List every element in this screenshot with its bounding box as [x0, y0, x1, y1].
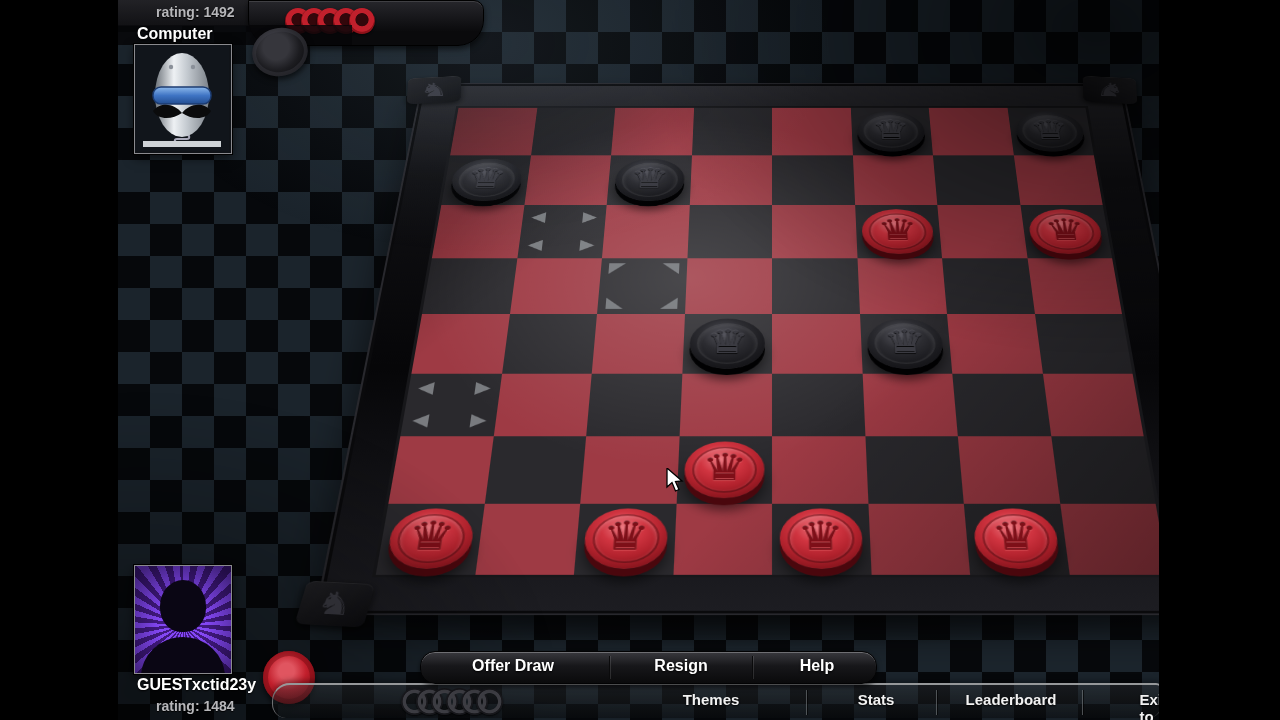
square-r3c3[interactable] — [602, 205, 689, 258]
player-avatar — [134, 565, 232, 674]
square-r1c6[interactable]: ♛ — [850, 108, 933, 155]
square-r8c1[interactable]: ♛ — [376, 503, 485, 574]
square-r6c6[interactable] — [862, 373, 958, 436]
square-r1c3[interactable] — [611, 108, 694, 155]
square-r8c5[interactable]: ♛ — [772, 503, 871, 574]
help-button[interactable]: Help — [800, 657, 835, 675]
black-king-piece[interactable]: ♛ — [866, 318, 944, 368]
crown-icon: ♛ — [1028, 117, 1071, 143]
menu-divider — [1082, 690, 1083, 715]
square-r1c8[interactable]: ♛ — [1007, 108, 1094, 155]
mouse-cursor — [666, 468, 688, 498]
red-king-piece[interactable]: ♛ — [1027, 209, 1105, 254]
player-rating: rating: 1484 — [156, 698, 235, 714]
square-r6c1[interactable] — [400, 373, 501, 436]
square-r3c8[interactable]: ♛ — [1020, 205, 1112, 258]
square-r6c3[interactable] — [586, 373, 682, 436]
menu-divider — [936, 690, 937, 715]
square-r8c7[interactable]: ♛ — [964, 503, 1069, 574]
square-r7c8[interactable] — [1051, 436, 1156, 503]
board-grid: ♛♛♛♛♛♛♛♛♛♛♛♛♛ — [376, 108, 1159, 575]
captured-red-disc — [349, 8, 375, 34]
square-r3c1[interactable] — [432, 205, 524, 258]
game-window: ♞ ♞ ♞ ♞ ♛♛♛♛♛♛♛♛♛♛♛♛♛ rating: 1492 Compu… — [0, 0, 1280, 720]
square-r5c5[interactable] — [772, 314, 862, 373]
square-r7c2[interactable] — [484, 436, 586, 503]
square-r7c3[interactable] — [580, 436, 679, 503]
frame-ornament-knight-icon: ♞ — [407, 76, 462, 104]
frame-ornament-knight-icon: ♞ — [295, 581, 375, 628]
computer-name: Computer — [137, 25, 213, 43]
computer-rating: rating: 1492 — [156, 4, 235, 20]
black-king-piece[interactable]: ♛ — [689, 318, 765, 368]
square-r2c5[interactable] — [772, 155, 855, 205]
frame-ornament-knight-icon: ♞ — [1083, 76, 1138, 104]
square-r7c4[interactable]: ♛ — [676, 436, 772, 503]
crown-icon: ♛ — [1043, 216, 1089, 245]
square-r3c2[interactable] — [517, 205, 607, 258]
square-r1c4[interactable] — [692, 108, 772, 155]
red-king-piece[interactable]: ♛ — [861, 209, 935, 254]
square-r2c3[interactable]: ♛ — [607, 155, 692, 205]
crown-icon: ♛ — [797, 517, 846, 556]
square-r1c5[interactable] — [772, 108, 852, 155]
square-r2c2[interactable] — [524, 155, 611, 205]
square-r5c3[interactable] — [592, 314, 685, 373]
square-r6c8[interactable] — [1042, 373, 1143, 436]
square-r5c6[interactable]: ♛ — [860, 314, 953, 373]
square-r7c7[interactable] — [958, 436, 1060, 503]
game-viewport: ♞ ♞ ♞ ♞ ♛♛♛♛♛♛♛♛♛♛♛♛♛ rating: 1492 Compu… — [118, 0, 1159, 720]
square-r1c2[interactable] — [531, 108, 616, 155]
square-r4c1[interactable] — [422, 258, 517, 314]
crown-icon: ♛ — [701, 450, 748, 487]
square-r5c1[interactable] — [411, 314, 509, 373]
square-r8c8[interactable] — [1060, 503, 1159, 574]
black-king-piece[interactable]: ♛ — [448, 159, 524, 201]
bottom-menu-bar: Themes Stats Leaderboard Exit to Lobby — [272, 683, 1159, 718]
square-r8c2[interactable] — [475, 503, 580, 574]
square-r5c2[interactable] — [502, 314, 597, 373]
square-r6c5[interactable] — [772, 373, 865, 436]
red-king-piece[interactable]: ♛ — [779, 509, 863, 569]
red-king-piece[interactable]: ♛ — [582, 509, 668, 569]
crown-icon: ♛ — [404, 517, 458, 556]
black-king-piece[interactable]: ♛ — [613, 159, 685, 201]
button-divider — [752, 656, 753, 679]
square-r4c5[interactable] — [772, 258, 860, 314]
button-divider — [609, 656, 610, 679]
captured-black-disc — [476, 688, 503, 715]
square-r2c6[interactable] — [852, 155, 937, 205]
red-king-piece[interactable]: ♛ — [972, 509, 1061, 569]
silhouette-head — [160, 580, 206, 632]
menu-divider — [806, 690, 807, 715]
offer-draw-button[interactable]: Offer Draw — [472, 657, 554, 675]
computer-avatar — [134, 44, 232, 154]
menu-item-themes[interactable]: Themes — [683, 691, 740, 708]
crown-icon: ♛ — [600, 517, 650, 556]
black-king-piece[interactable]: ♛ — [857, 111, 927, 151]
square-r3c7[interactable] — [937, 205, 1027, 258]
move-marker-arrows — [525, 210, 598, 253]
square-r4c8[interactable] — [1027, 258, 1122, 314]
square-r2c4[interactable] — [689, 155, 772, 205]
game-buttons-bar: Offer Draw Resign Help — [420, 651, 877, 684]
menu-item-exit-to-lobby[interactable]: Exit to Lobby — [1140, 691, 1159, 720]
square-r3c5[interactable] — [772, 205, 857, 258]
menu-item-stats[interactable]: Stats — [858, 691, 895, 708]
square-r8c3[interactable]: ♛ — [574, 503, 676, 574]
red-king-piece[interactable]: ♛ — [684, 441, 765, 498]
square-r1c1[interactable] — [450, 108, 537, 155]
square-r8c4[interactable] — [673, 503, 772, 574]
square-r4c2[interactable] — [510, 258, 602, 314]
crown-icon: ♛ — [876, 216, 919, 245]
black-king-piece[interactable]: ♛ — [1014, 111, 1087, 151]
player-name: GUESTxctid23y — [137, 676, 256, 694]
square-r7c5[interactable] — [772, 436, 868, 503]
square-r6c7[interactable] — [952, 373, 1051, 436]
square-r1c7[interactable] — [929, 108, 1014, 155]
square-r5c8[interactable] — [1035, 314, 1133, 373]
crown-icon: ♛ — [464, 165, 508, 192]
square-r4c6[interactable] — [857, 258, 947, 314]
captured-black-pieces — [401, 688, 491, 715]
square-r2c1[interactable]: ♛ — [441, 155, 530, 205]
crown-icon: ♛ — [871, 117, 912, 143]
robot-avatar-image — [135, 45, 229, 151]
crown-icon: ♛ — [882, 326, 928, 358]
square-r2c7[interactable] — [933, 155, 1020, 205]
square-r8c6[interactable] — [868, 503, 970, 574]
square-r6c2[interactable] — [493, 373, 592, 436]
square-r3c4[interactable] — [687, 205, 772, 258]
square-r5c4[interactable]: ♛ — [682, 314, 772, 373]
move-marker-corners — [605, 263, 679, 309]
square-r4c3[interactable] — [597, 258, 687, 314]
computer-name-strip: Computer — [118, 25, 352, 45]
square-r4c7[interactable] — [942, 258, 1034, 314]
crown-icon: ♛ — [705, 326, 749, 358]
crown-icon: ♛ — [629, 165, 671, 192]
board-frame: ♞ ♞ ♞ ♞ ♛♛♛♛♛♛♛♛♛♛♛♛♛ — [314, 83, 1159, 615]
move-marker-arrows — [410, 379, 493, 430]
square-r2c8[interactable] — [1013, 155, 1102, 205]
square-r6c4[interactable] — [679, 373, 772, 436]
square-r7c6[interactable] — [865, 436, 964, 503]
square-r3c6[interactable]: ♛ — [855, 205, 942, 258]
crown-icon: ♛ — [990, 517, 1042, 556]
square-r4c4[interactable] — [685, 258, 773, 314]
menu-item-leaderboard[interactable]: Leaderboard — [966, 691, 1057, 708]
resign-button[interactable]: Resign — [654, 657, 707, 675]
square-r5c7[interactable] — [947, 314, 1042, 373]
square-r7c1[interactable] — [388, 436, 493, 503]
red-king-piece[interactable]: ♛ — [384, 509, 476, 569]
